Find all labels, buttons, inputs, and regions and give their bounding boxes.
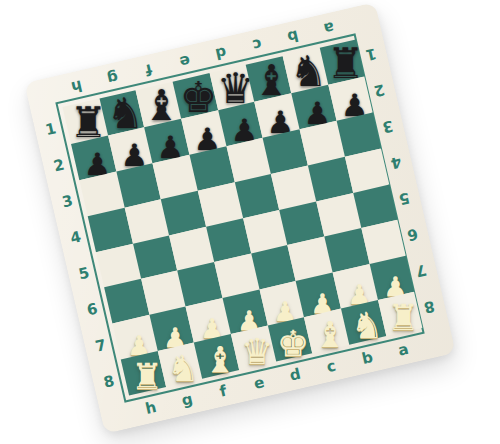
- vinyl-chess-mat: hgfedcba hgfedcba 12345678 12345678 ♜♞♝♚…: [24, 2, 456, 434]
- photo-scene: hgfedcba hgfedcba 12345678 12345678 ♜♞♝♚…: [0, 0, 500, 444]
